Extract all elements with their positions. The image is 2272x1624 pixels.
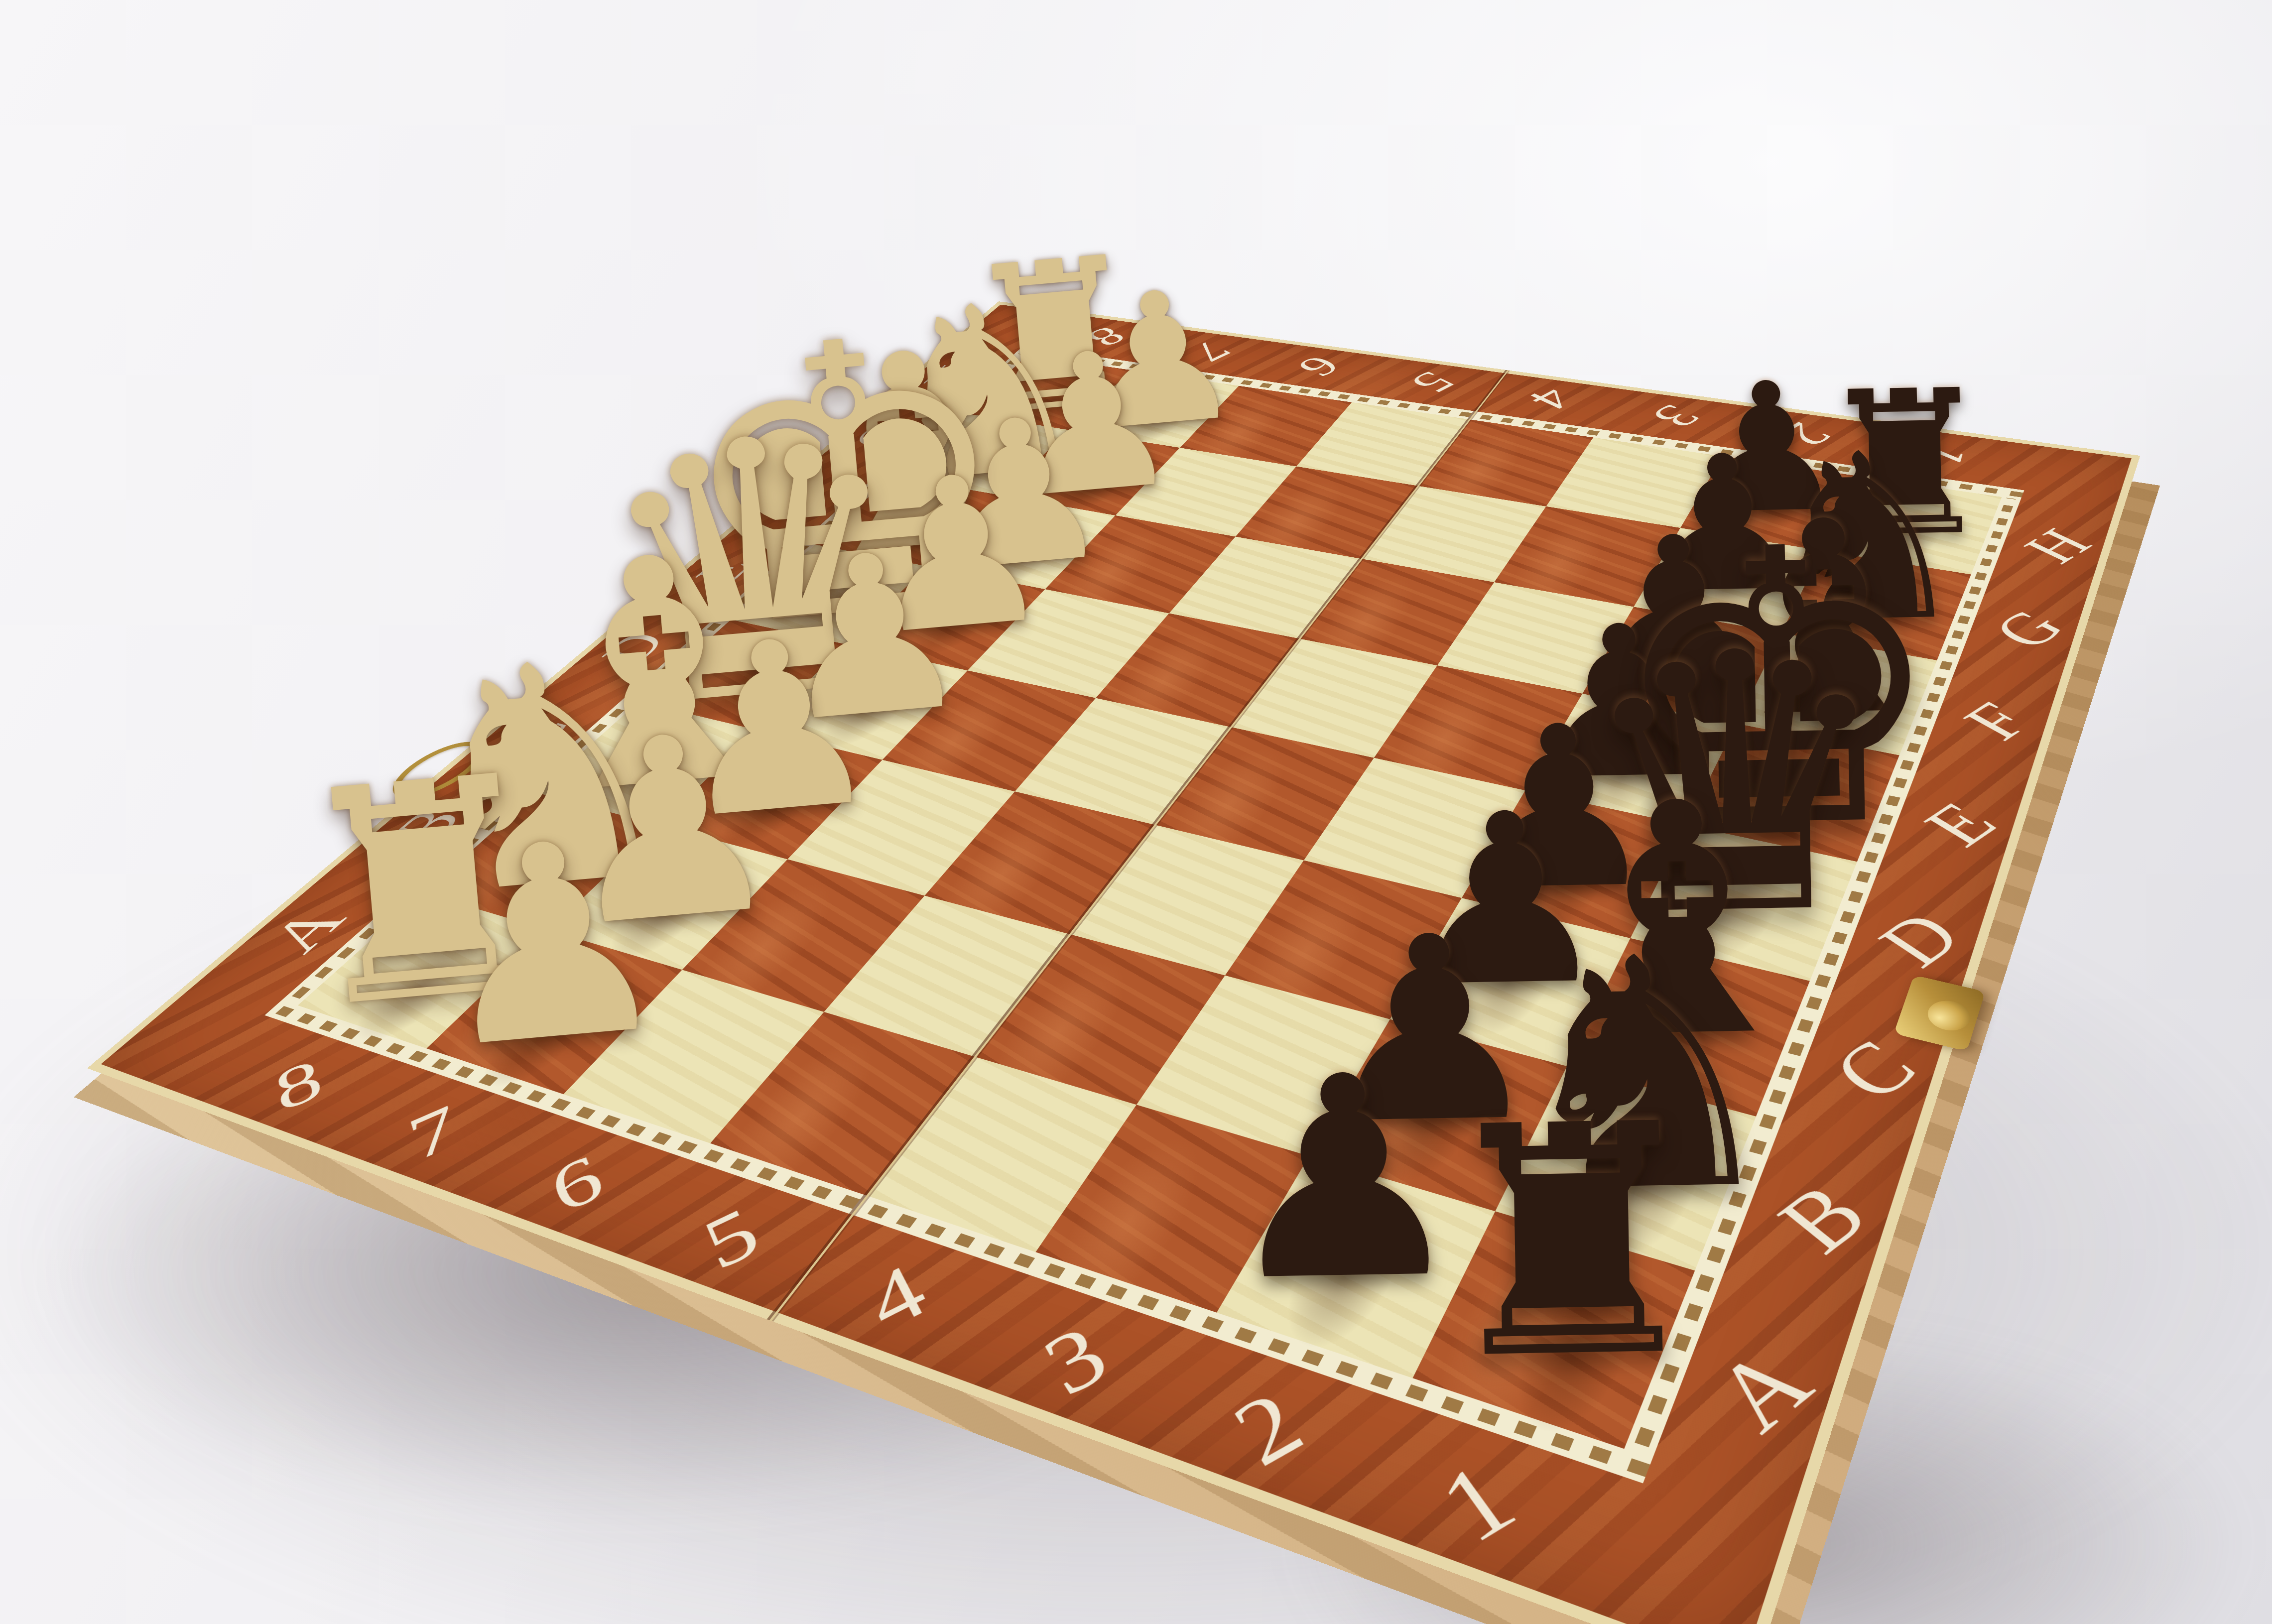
black-rook[interactable]: ♜ [1427,1082,1716,1403]
chess-set-photo: AA88BB77CC66DD55EE44FF33GG22HH11 ♜♞♝♛♚♝♞… [0,0,2272,1624]
white-pawn[interactable]: ♟ [420,800,681,1087]
pieces-layer: ♜♞♝♛♚♝♞♜♟♟♟♟♟♟♟♟♜♞♝♛♚♝♞♜♟♟♟♟♟♟♟♟ [0,0,2272,1624]
